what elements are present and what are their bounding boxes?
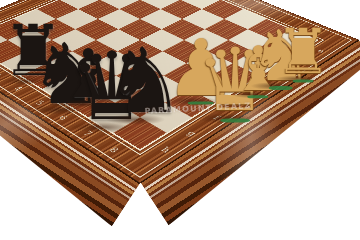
- file-label-h: h: [159, 145, 173, 154]
- chess-board-product-photo: 12345678 abcdefgh ♜♞♝♛♞♟♛♝♞♜ PARAMOUNT D…: [0, 0, 360, 240]
- white-rook[interactable]: ♜: [275, 21, 331, 83]
- rank-label-8: 8: [107, 145, 121, 154]
